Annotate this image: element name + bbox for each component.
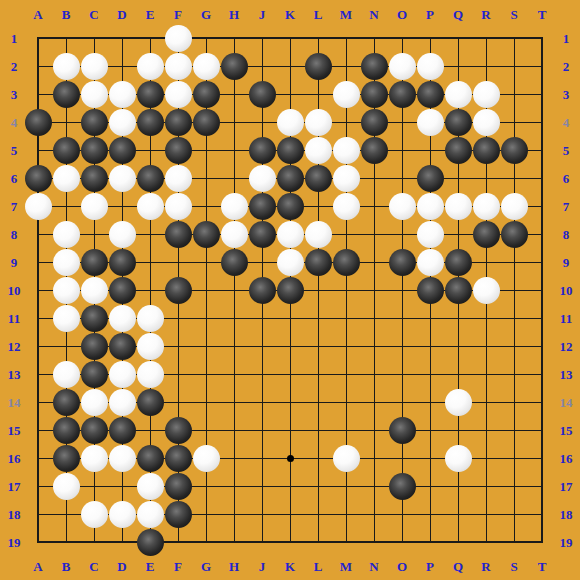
black-stone-N2 [361,53,388,80]
row-label-left: 9 [11,256,18,269]
go-board[interactable]: AABBCCDDEEFFGGHHJJKKLLMMNNOOPPQQRRSSTT11… [0,0,580,580]
column-label-top: D [117,8,126,21]
white-stone-R10 [473,277,500,304]
white-stone-D11 [109,305,136,332]
black-stone-B14 [53,389,80,416]
black-stone-M9 [333,249,360,276]
white-stone-D14 [109,389,136,416]
row-label-left: 8 [11,228,18,241]
row-label-right: 17 [560,480,573,493]
column-label-bottom: S [510,560,517,573]
white-stone-G16 [193,445,220,472]
white-stone-Q3 [445,81,472,108]
white-stone-Q14 [445,389,472,416]
column-label-bottom: E [146,560,155,573]
column-label-bottom: Q [453,560,463,573]
black-stone-J3 [249,81,276,108]
black-stone-S5 [501,137,528,164]
black-stone-J7 [249,193,276,220]
white-stone-A7 [25,193,52,220]
white-stone-K8 [277,221,304,248]
row-label-right: 16 [560,452,573,465]
black-stone-C15 [81,417,108,444]
black-stone-E14 [137,389,164,416]
white-stone-B17 [53,473,80,500]
row-label-left: 17 [8,480,21,493]
white-stone-F3 [165,81,192,108]
black-stone-L2 [305,53,332,80]
row-label-right: 9 [563,256,570,269]
white-stone-F7 [165,193,192,220]
row-label-right: 8 [563,228,570,241]
white-stone-M16 [333,445,360,472]
black-stone-E16 [137,445,164,472]
row-label-left: 13 [8,368,21,381]
white-stone-M3 [333,81,360,108]
black-stone-A4 [25,109,52,136]
white-stone-G2 [193,53,220,80]
black-stone-O3 [389,81,416,108]
column-label-bottom: O [397,560,407,573]
column-label-bottom: J [259,560,266,573]
white-stone-K4 [277,109,304,136]
column-label-top: R [481,8,490,21]
column-label-top: N [369,8,378,21]
column-label-bottom: P [426,560,434,573]
white-stone-F6 [165,165,192,192]
black-stone-B5 [53,137,80,164]
row-label-right: 2 [563,60,570,73]
row-label-left: 19 [8,536,21,549]
column-label-top: T [538,8,547,21]
white-stone-P2 [417,53,444,80]
column-label-bottom: N [369,560,378,573]
black-stone-J5 [249,137,276,164]
black-stone-G8 [193,221,220,248]
black-stone-D10 [109,277,136,304]
column-label-top: Q [453,8,463,21]
column-label-bottom: B [62,560,71,573]
column-label-bottom: C [89,560,98,573]
black-stone-B16 [53,445,80,472]
white-stone-K9 [277,249,304,276]
white-stone-J6 [249,165,276,192]
black-stone-F8 [165,221,192,248]
white-stone-C7 [81,193,108,220]
black-stone-O17 [389,473,416,500]
white-stone-D18 [109,501,136,528]
white-stone-E7 [137,193,164,220]
white-stone-P7 [417,193,444,220]
black-stone-H9 [221,249,248,276]
row-label-left: 14 [8,396,21,409]
black-stone-P10 [417,277,444,304]
row-label-right: 3 [563,88,570,101]
white-stone-D16 [109,445,136,472]
black-stone-G3 [193,81,220,108]
black-stone-C5 [81,137,108,164]
black-stone-F17 [165,473,192,500]
white-stone-R4 [473,109,500,136]
column-label-top: B [62,8,71,21]
black-stone-E3 [137,81,164,108]
white-stone-C18 [81,501,108,528]
row-label-right: 15 [560,424,573,437]
black-stone-E4 [137,109,164,136]
white-stone-F1 [165,25,192,52]
white-stone-P9 [417,249,444,276]
star-point [287,455,294,462]
black-stone-S8 [501,221,528,248]
black-stone-F5 [165,137,192,164]
black-stone-K7 [277,193,304,220]
white-stone-D8 [109,221,136,248]
black-stone-F15 [165,417,192,444]
row-label-right: 5 [563,144,570,157]
row-label-right: 19 [560,536,573,549]
black-stone-P3 [417,81,444,108]
column-label-bottom: R [481,560,490,573]
row-label-right: 14 [560,396,573,409]
row-label-left: 6 [11,172,18,185]
black-stone-D5 [109,137,136,164]
black-stone-P6 [417,165,444,192]
black-stone-F4 [165,109,192,136]
white-stone-P4 [417,109,444,136]
black-stone-K6 [277,165,304,192]
row-label-right: 6 [563,172,570,185]
black-stone-C11 [81,305,108,332]
white-stone-L5 [305,137,332,164]
row-label-left: 5 [11,144,18,157]
white-stone-B10 [53,277,80,304]
row-label-left: 7 [11,200,18,213]
column-label-top: G [201,8,211,21]
white-stone-M6 [333,165,360,192]
column-label-top: S [510,8,517,21]
black-stone-C4 [81,109,108,136]
column-label-bottom: L [314,560,323,573]
black-stone-C9 [81,249,108,276]
white-stone-L4 [305,109,332,136]
row-label-right: 7 [563,200,570,213]
column-label-bottom: F [174,560,182,573]
black-stone-N5 [361,137,388,164]
white-stone-E18 [137,501,164,528]
white-stone-Q7 [445,193,472,220]
white-stone-B2 [53,53,80,80]
column-label-bottom: G [201,560,211,573]
column-label-top: F [174,8,182,21]
white-stone-E17 [137,473,164,500]
black-stone-E6 [137,165,164,192]
row-label-left: 4 [11,116,18,129]
black-stone-D15 [109,417,136,444]
row-label-left: 18 [8,508,21,521]
black-stone-G4 [193,109,220,136]
black-stone-J8 [249,221,276,248]
black-stone-A6 [25,165,52,192]
column-label-top: J [259,8,266,21]
row-label-right: 11 [560,312,572,325]
black-stone-F18 [165,501,192,528]
white-stone-D4 [109,109,136,136]
white-stone-C10 [81,277,108,304]
black-stone-R8 [473,221,500,248]
column-label-bottom: T [538,560,547,573]
row-label-right: 18 [560,508,573,521]
row-label-right: 13 [560,368,573,381]
row-label-left: 2 [11,60,18,73]
black-stone-J10 [249,277,276,304]
black-stone-C12 [81,333,108,360]
row-label-left: 11 [8,312,20,325]
black-stone-D9 [109,249,136,276]
white-stone-L8 [305,221,332,248]
white-stone-D3 [109,81,136,108]
white-stone-B8 [53,221,80,248]
row-label-left: 10 [8,284,21,297]
black-stone-O15 [389,417,416,444]
column-label-top: K [285,8,295,21]
black-stone-C13 [81,361,108,388]
white-stone-C3 [81,81,108,108]
black-stone-Q9 [445,249,472,276]
black-stone-B15 [53,417,80,444]
row-label-left: 12 [8,340,21,353]
column-label-top: M [340,8,352,21]
black-stone-H2 [221,53,248,80]
black-stone-F10 [165,277,192,304]
black-stone-L9 [305,249,332,276]
column-label-top: E [146,8,155,21]
row-label-left: 16 [8,452,21,465]
black-stone-O9 [389,249,416,276]
black-stone-K5 [277,137,304,164]
column-label-bottom: M [340,560,352,573]
row-label-right: 4 [563,116,570,129]
row-label-left: 15 [8,424,21,437]
white-stone-E2 [137,53,164,80]
white-stone-H8 [221,221,248,248]
black-stone-N4 [361,109,388,136]
white-stone-F2 [165,53,192,80]
white-stone-B11 [53,305,80,332]
black-stone-E19 [137,529,164,556]
black-stone-K10 [277,277,304,304]
white-stone-P8 [417,221,444,248]
white-stone-O7 [389,193,416,220]
column-label-bottom: H [229,560,239,573]
black-stone-L6 [305,165,332,192]
column-label-bottom: A [33,560,42,573]
white-stone-S7 [501,193,528,220]
white-stone-E12 [137,333,164,360]
white-stone-E13 [137,361,164,388]
row-label-left: 3 [11,88,18,101]
white-stone-B9 [53,249,80,276]
white-stone-C14 [81,389,108,416]
row-label-right: 12 [560,340,573,353]
white-stone-M5 [333,137,360,164]
row-label-right: 1 [563,32,570,45]
black-stone-F16 [165,445,192,472]
black-stone-Q5 [445,137,472,164]
black-stone-R5 [473,137,500,164]
white-stone-B6 [53,165,80,192]
row-label-right: 10 [560,284,573,297]
black-stone-D12 [109,333,136,360]
white-stone-O2 [389,53,416,80]
white-stone-C16 [81,445,108,472]
white-stone-D13 [109,361,136,388]
column-label-top: P [426,8,434,21]
column-label-top: C [89,8,98,21]
column-label-top: O [397,8,407,21]
white-stone-B13 [53,361,80,388]
black-stone-C6 [81,165,108,192]
column-label-top: H [229,8,239,21]
row-label-left: 1 [11,32,18,45]
black-stone-Q10 [445,277,472,304]
white-stone-D6 [109,165,136,192]
black-stone-Q4 [445,109,472,136]
column-label-bottom: D [117,560,126,573]
column-label-bottom: K [285,560,295,573]
white-stone-E11 [137,305,164,332]
white-stone-R7 [473,193,500,220]
white-stone-Q16 [445,445,472,472]
black-stone-B3 [53,81,80,108]
white-stone-M7 [333,193,360,220]
column-label-top: A [33,8,42,21]
white-stone-H7 [221,193,248,220]
black-stone-N3 [361,81,388,108]
white-stone-R3 [473,81,500,108]
column-label-top: L [314,8,323,21]
white-stone-C2 [81,53,108,80]
